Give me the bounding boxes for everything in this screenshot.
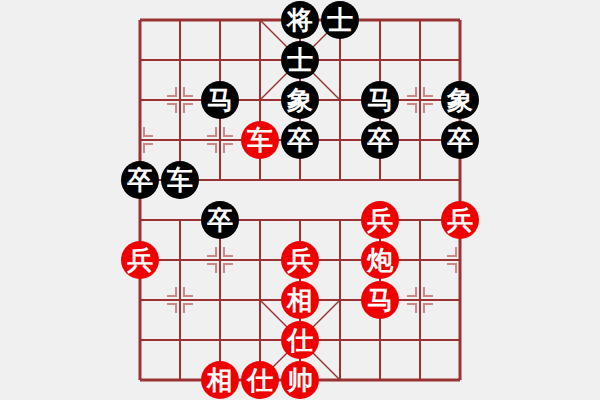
black-soldier[interactable]: 卒 <box>441 121 479 159</box>
piece-glyph: 卒 <box>367 127 393 153</box>
red-elephant[interactable]: 相 <box>201 361 239 399</box>
piece-glyph: 象 <box>447 87 473 113</box>
black-horse[interactable]: 马 <box>201 81 239 119</box>
piece-glyph: 车 <box>167 167 193 193</box>
piece-glyph: 士 <box>327 7 353 33</box>
black-soldier[interactable]: 卒 <box>281 121 319 159</box>
piece-glyph: 卒 <box>127 167 153 193</box>
red-soldier[interactable]: 兵 <box>121 241 159 279</box>
red-chariot[interactable]: 车 <box>241 121 279 159</box>
pieces-layer: 将士士马象马象车卒卒卒卒车卒兵兵兵兵炮相马仕相仕帅 <box>0 0 600 400</box>
piece-glyph: 车 <box>247 127 273 153</box>
piece-glyph: 兵 <box>287 247 313 273</box>
piece-glyph: 象 <box>287 87 313 113</box>
piece-glyph: 相 <box>207 367 233 393</box>
piece-glyph: 卒 <box>207 207 233 233</box>
black-elephant[interactable]: 象 <box>441 81 479 119</box>
black-advisor[interactable]: 士 <box>281 41 319 79</box>
red-advisor[interactable]: 仕 <box>241 361 279 399</box>
black-soldier[interactable]: 卒 <box>121 161 159 199</box>
xiangqi-board-screen: 将士士马象马象车卒卒卒卒车卒兵兵兵兵炮相马仕相仕帅 <box>0 0 600 400</box>
red-cannon[interactable]: 炮 <box>361 241 399 279</box>
red-soldier[interactable]: 兵 <box>441 201 479 239</box>
black-soldier[interactable]: 卒 <box>201 201 239 239</box>
piece-glyph: 兵 <box>447 207 473 233</box>
piece-glyph: 马 <box>207 87 233 113</box>
piece-glyph: 兵 <box>367 207 393 233</box>
black-soldier[interactable]: 卒 <box>361 121 399 159</box>
piece-glyph: 马 <box>367 87 393 113</box>
red-elephant[interactable]: 相 <box>281 281 319 319</box>
piece-glyph: 相 <box>287 287 313 313</box>
piece-glyph: 卒 <box>447 127 473 153</box>
red-soldier[interactable]: 兵 <box>361 201 399 239</box>
black-elephant[interactable]: 象 <box>281 81 319 119</box>
piece-glyph: 将 <box>287 7 313 33</box>
black-advisor[interactable]: 士 <box>321 1 359 39</box>
red-general[interactable]: 帅 <box>281 361 319 399</box>
red-horse[interactable]: 马 <box>361 281 399 319</box>
piece-glyph: 兵 <box>127 247 153 273</box>
piece-glyph: 马 <box>367 287 393 313</box>
red-advisor[interactable]: 仕 <box>281 321 319 359</box>
black-horse[interactable]: 马 <box>361 81 399 119</box>
piece-glyph: 士 <box>287 47 313 73</box>
black-chariot[interactable]: 车 <box>161 161 199 199</box>
piece-glyph: 仕 <box>287 327 313 353</box>
piece-glyph: 仕 <box>247 367 273 393</box>
piece-glyph: 帅 <box>287 367 313 393</box>
piece-glyph: 卒 <box>287 127 313 153</box>
piece-glyph: 炮 <box>367 247 393 273</box>
black-general[interactable]: 将 <box>281 1 319 39</box>
red-soldier[interactable]: 兵 <box>281 241 319 279</box>
